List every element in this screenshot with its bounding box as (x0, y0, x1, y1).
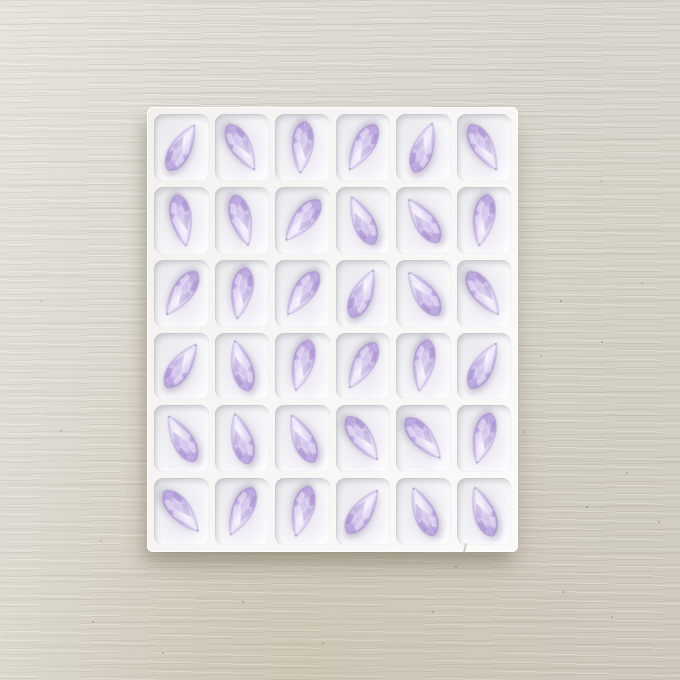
tray-well-r6c4 (336, 478, 391, 545)
bead-tray (147, 107, 518, 552)
tray-well-r5c6 (457, 405, 512, 472)
crystal-teardrop-bead (154, 333, 209, 399)
crystal-teardrop-bead (460, 407, 507, 471)
crystal-teardrop-bead (458, 479, 509, 544)
tray-well-r2c1 (154, 187, 209, 254)
crystal-teardrop-bead (154, 406, 209, 472)
tray-well-r3c6 (457, 260, 512, 327)
crystal-teardrop-bead (396, 406, 451, 471)
tray-well-r4c1 (154, 333, 209, 400)
tray-well-r1c4 (336, 114, 391, 181)
crystal-teardrop-bead (457, 260, 512, 326)
crystal-teardrop-bead (275, 260, 330, 326)
tray-well-r5c5 (396, 405, 451, 472)
tray-well-r3c5 (396, 260, 451, 327)
crystal-teardrop-bead (396, 187, 451, 253)
tray-well-r5c4 (336, 405, 391, 472)
tray-well-r3c3 (275, 260, 330, 327)
tray-well-r4c4 (336, 333, 391, 400)
tray-well-r6c5 (396, 478, 451, 545)
crystal-teardrop-bead (279, 480, 326, 544)
tray-well-r1c3 (275, 114, 330, 181)
tray-well-r1c5 (396, 114, 451, 181)
crystal-teardrop-bead (283, 118, 321, 178)
crystal-teardrop-bead (215, 479, 269, 545)
crystal-teardrop-bead (275, 406, 329, 472)
crystal-teardrop-bead (160, 189, 202, 251)
tray-well-r1c1 (154, 114, 209, 181)
crystal-teardrop-bead (215, 114, 270, 180)
tray-well-r2c3 (275, 187, 330, 254)
crystal-teardrop-bead (336, 479, 391, 545)
tray-well-r6c1 (154, 478, 209, 545)
tray-grid (154, 114, 511, 545)
crystal-teardrop-bead (336, 260, 390, 326)
tray-well-r5c1 (154, 405, 209, 472)
tray-well-r6c2 (215, 478, 270, 545)
crystal-teardrop-bead (218, 334, 265, 398)
crystal-teardrop-bead (336, 333, 391, 399)
tray-well-r4c6 (457, 333, 512, 400)
tray-well-r2c2 (215, 187, 270, 254)
crystal-teardrop-bead (221, 262, 263, 324)
tray-well-r2c5 (396, 187, 451, 254)
tray-well-r6c3 (275, 478, 330, 545)
tray-well-r3c2 (215, 260, 270, 327)
tray-well-r2c4 (336, 187, 391, 254)
tray-well-r3c4 (336, 260, 391, 327)
crystal-teardrop-bead (396, 260, 451, 326)
tray-well-r5c2 (215, 405, 270, 472)
crystal-teardrop-bead (463, 189, 505, 251)
tray-well-r4c2 (215, 333, 270, 400)
crystal-teardrop-bead (336, 187, 390, 253)
tray-well-r2c6 (457, 187, 512, 254)
crystal-teardrop-bead (154, 260, 209, 326)
crystal-teardrop-bead (275, 188, 330, 253)
crystal-teardrop-bead (397, 479, 450, 544)
crystal-teardrop-bead (457, 114, 512, 180)
tray-well-r1c2 (215, 114, 270, 181)
tray-well-r4c5 (396, 333, 451, 400)
crystal-teardrop-bead (457, 333, 512, 399)
tray-well-r5c3 (275, 405, 330, 472)
crystal-teardrop-bead (154, 114, 209, 180)
tray-well-r4c3 (275, 333, 330, 400)
crystal-teardrop-bead (154, 479, 209, 544)
crystal-teardrop-bead (336, 406, 391, 472)
crystal-teardrop-bead (218, 407, 265, 471)
crystal-teardrop-bead (336, 114, 391, 180)
wood-flecks (0, 0, 2, 2)
tray-well-r1c6 (457, 114, 512, 181)
crystal-teardrop-bead (398, 115, 449, 180)
tray-well-r3c1 (154, 260, 209, 327)
crystal-teardrop-bead (402, 335, 444, 397)
tray-well-r6c6 (457, 478, 512, 545)
crystal-teardrop-bead (218, 188, 265, 252)
crystal-teardrop-bead (279, 334, 326, 398)
